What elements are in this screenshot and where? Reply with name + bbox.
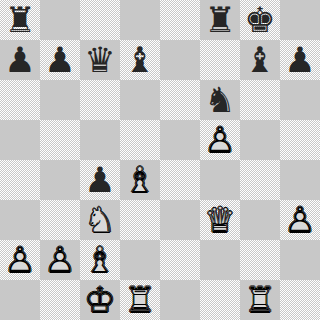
square-c4[interactable]: ♟ xyxy=(80,160,120,200)
square-c6[interactable] xyxy=(80,80,120,120)
square-f7[interactable] xyxy=(200,40,240,80)
square-f8[interactable]: ♜ xyxy=(200,0,240,40)
square-b4[interactable] xyxy=(40,160,80,200)
white-pawn[interactable]: ♟ xyxy=(200,120,240,160)
white-pawn-outline: ♙ xyxy=(0,240,40,280)
square-e5[interactable] xyxy=(160,120,200,160)
square-f6[interactable]: ♞ xyxy=(200,80,240,120)
white-king[interactable]: ♚ xyxy=(80,280,120,320)
square-g5[interactable] xyxy=(240,120,280,160)
square-h4[interactable] xyxy=(280,160,320,200)
square-b2[interactable]: ♟♙ xyxy=(40,240,80,280)
square-a7[interactable]: ♟ xyxy=(0,40,40,80)
square-b6[interactable] xyxy=(40,80,80,120)
white-rook[interactable]: ♜ xyxy=(120,280,160,320)
black-rook[interactable]: ♜ xyxy=(0,0,40,40)
square-h6[interactable] xyxy=(280,80,320,120)
white-pawn[interactable]: ♟ xyxy=(280,200,320,240)
square-g3[interactable] xyxy=(240,200,280,240)
white-pawn-outline: ♙ xyxy=(200,120,240,160)
square-d1[interactable]: ♜♖ xyxy=(120,280,160,320)
square-a6[interactable] xyxy=(0,80,40,120)
black-bishop[interactable]: ♝ xyxy=(120,40,160,80)
white-pawn[interactable]: ♟ xyxy=(40,240,80,280)
square-h1[interactable] xyxy=(280,280,320,320)
square-g6[interactable] xyxy=(240,80,280,120)
square-e6[interactable] xyxy=(160,80,200,120)
square-f4[interactable] xyxy=(200,160,240,200)
square-c2[interactable]: ♝♗ xyxy=(80,240,120,280)
square-c1[interactable]: ♚♔ xyxy=(80,280,120,320)
square-e3[interactable] xyxy=(160,200,200,240)
square-d6[interactable] xyxy=(120,80,160,120)
white-rook-outline: ♖ xyxy=(120,280,160,320)
black-queen[interactable]: ♛ xyxy=(80,40,120,80)
white-pawn-outline: ♙ xyxy=(280,200,320,240)
square-b3[interactable] xyxy=(40,200,80,240)
square-g1[interactable]: ♜♖ xyxy=(240,280,280,320)
square-g7[interactable]: ♝ xyxy=(240,40,280,80)
white-rook-outline: ♖ xyxy=(240,280,280,320)
white-king-outline: ♔ xyxy=(80,280,120,320)
square-c5[interactable] xyxy=(80,120,120,160)
square-e4[interactable] xyxy=(160,160,200,200)
white-knight-outline: ♘ xyxy=(80,200,120,240)
square-d4[interactable]: ♝♗ xyxy=(120,160,160,200)
white-bishop-outline: ♗ xyxy=(120,160,160,200)
square-g8[interactable]: ♚ xyxy=(240,0,280,40)
square-b1[interactable] xyxy=(40,280,80,320)
square-a1[interactable] xyxy=(0,280,40,320)
square-c3[interactable]: ♞♘ xyxy=(80,200,120,240)
square-e2[interactable] xyxy=(160,240,200,280)
square-b8[interactable] xyxy=(40,0,80,40)
square-b7[interactable]: ♟ xyxy=(40,40,80,80)
black-pawn[interactable]: ♟ xyxy=(280,40,320,80)
black-pawn[interactable]: ♟ xyxy=(80,160,120,200)
black-pawn[interactable]: ♟ xyxy=(0,40,40,80)
black-rook[interactable]: ♜ xyxy=(200,0,240,40)
white-rook[interactable]: ♜ xyxy=(240,280,280,320)
square-d8[interactable] xyxy=(120,0,160,40)
square-h7[interactable]: ♟ xyxy=(280,40,320,80)
square-g4[interactable] xyxy=(240,160,280,200)
square-b5[interactable] xyxy=(40,120,80,160)
square-f1[interactable] xyxy=(200,280,240,320)
white-bishop-outline: ♗ xyxy=(80,240,120,280)
black-knight[interactable]: ♞ xyxy=(200,80,240,120)
square-h5[interactable] xyxy=(280,120,320,160)
square-a8[interactable]: ♜ xyxy=(0,0,40,40)
square-h8[interactable] xyxy=(280,0,320,40)
black-bishop[interactable]: ♝ xyxy=(240,40,280,80)
square-g2[interactable] xyxy=(240,240,280,280)
square-a3[interactable] xyxy=(0,200,40,240)
square-a4[interactable] xyxy=(0,160,40,200)
white-bishop[interactable]: ♝ xyxy=(120,160,160,200)
white-knight[interactable]: ♞ xyxy=(80,200,120,240)
square-h2[interactable] xyxy=(280,240,320,280)
square-f3[interactable]: ♛♕ xyxy=(200,200,240,240)
square-c7[interactable]: ♛ xyxy=(80,40,120,80)
square-d2[interactable] xyxy=(120,240,160,280)
square-c8[interactable] xyxy=(80,0,120,40)
white-queen-outline: ♕ xyxy=(200,200,240,240)
black-king[interactable]: ♚ xyxy=(240,0,280,40)
square-f2[interactable] xyxy=(200,240,240,280)
square-a5[interactable] xyxy=(0,120,40,160)
white-pawn-outline: ♙ xyxy=(40,240,80,280)
square-e7[interactable] xyxy=(160,40,200,80)
black-pawn[interactable]: ♟ xyxy=(40,40,80,80)
square-d5[interactable] xyxy=(120,120,160,160)
square-d7[interactable]: ♝ xyxy=(120,40,160,80)
square-a2[interactable]: ♟♙ xyxy=(0,240,40,280)
square-h3[interactable]: ♟♙ xyxy=(280,200,320,240)
square-e8[interactable] xyxy=(160,0,200,40)
square-e1[interactable] xyxy=(160,280,200,320)
white-pawn[interactable]: ♟ xyxy=(0,240,40,280)
square-f5[interactable]: ♟♙ xyxy=(200,120,240,160)
chess-board: ♜♜♚♟♟♛♝♝♟♞♟♙♟♝♗♞♘♛♕♟♙♟♙♟♙♝♗♚♔♜♖♜♖ xyxy=(0,0,320,320)
square-d3[interactable] xyxy=(120,200,160,240)
white-queen[interactable]: ♛ xyxy=(200,200,240,240)
white-bishop[interactable]: ♝ xyxy=(80,240,120,280)
